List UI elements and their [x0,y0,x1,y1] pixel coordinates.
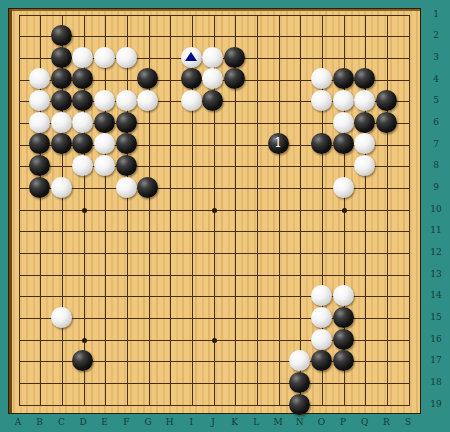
board-point-R4[interactable] [376,68,398,90]
board-point-N16[interactable] [289,328,311,350]
board-point-R3[interactable] [376,46,398,68]
board-point-J10[interactable] [202,198,224,220]
board-point-M4[interactable] [267,68,289,90]
board-point-E5[interactable] [94,90,116,112]
board-point-J14[interactable] [202,285,224,307]
board-point-E12[interactable] [94,242,116,264]
board-point-E3[interactable] [94,46,116,68]
board-point-B12[interactable] [29,242,51,264]
board-point-B1[interactable] [29,3,51,25]
board-point-I15[interactable] [180,307,202,329]
board-point-P18[interactable] [332,372,354,394]
board-point-K7[interactable] [224,133,246,155]
board-point-B3[interactable] [29,46,51,68]
board-point-N5[interactable] [289,90,311,112]
board-point-D17[interactable] [72,350,94,372]
board-point-P6[interactable] [332,111,354,133]
board-point-I18[interactable] [180,372,202,394]
board-point-L6[interactable] [246,111,268,133]
board-point-H11[interactable] [159,220,181,242]
board-point-I8[interactable] [180,155,202,177]
board-point-G19[interactable] [137,393,159,415]
board-point-R11[interactable] [376,220,398,242]
board-point-F17[interactable] [115,350,137,372]
board-point-E15[interactable] [94,307,116,329]
board-point-S13[interactable] [397,263,419,285]
board-point-J8[interactable] [202,155,224,177]
board-point-D8[interactable] [72,155,94,177]
board-point-B14[interactable] [29,285,51,307]
board-point-F9[interactable] [115,176,137,198]
board-point-L15[interactable] [246,307,268,329]
board-point-K8[interactable] [224,155,246,177]
board-point-C9[interactable] [50,176,72,198]
board-point-N17[interactable] [289,350,311,372]
board-point-Q17[interactable] [354,350,376,372]
board-point-D11[interactable] [72,220,94,242]
board-point-N12[interactable] [289,242,311,264]
board-point-M13[interactable] [267,263,289,285]
board-point-G9[interactable] [137,176,159,198]
board-point-M3[interactable] [267,46,289,68]
board-point-K13[interactable] [224,263,246,285]
board-point-N19[interactable] [289,393,311,415]
board-point-E13[interactable] [94,263,116,285]
board-point-N9[interactable] [289,176,311,198]
board-grid[interactable]: 1 [7,3,419,415]
board-point-S11[interactable] [397,220,419,242]
board-point-H10[interactable] [159,198,181,220]
board-point-K10[interactable] [224,198,246,220]
board-point-R16[interactable] [376,328,398,350]
board-point-F1[interactable] [115,3,137,25]
board-point-D13[interactable] [72,263,94,285]
board-point-H2[interactable] [159,25,181,47]
board-point-P1[interactable] [332,3,354,25]
board-point-B4[interactable] [29,68,51,90]
board-point-A19[interactable] [7,393,29,415]
board-point-C16[interactable] [50,328,72,350]
board-point-S2[interactable] [397,25,419,47]
board-point-A17[interactable] [7,350,29,372]
board-point-M14[interactable] [267,285,289,307]
board-point-Q6[interactable] [354,111,376,133]
board-point-S19[interactable] [397,393,419,415]
board-point-A7[interactable] [7,133,29,155]
board-point-A16[interactable] [7,328,29,350]
board-point-N13[interactable] [289,263,311,285]
board-point-S14[interactable] [397,285,419,307]
board-point-R12[interactable] [376,242,398,264]
board-point-C13[interactable] [50,263,72,285]
board-point-K1[interactable] [224,3,246,25]
board-point-N14[interactable] [289,285,311,307]
board-point-L13[interactable] [246,263,268,285]
board-point-J17[interactable] [202,350,224,372]
board-point-S12[interactable] [397,242,419,264]
board-point-A10[interactable] [7,198,29,220]
board-point-I19[interactable] [180,393,202,415]
board-point-A5[interactable] [7,90,29,112]
board-point-E9[interactable] [94,176,116,198]
board-point-A12[interactable] [7,242,29,264]
board-point-S10[interactable] [397,198,419,220]
board-point-D15[interactable] [72,307,94,329]
board-point-G8[interactable] [137,155,159,177]
board-point-P19[interactable] [332,393,354,415]
board-point-M17[interactable] [267,350,289,372]
board-point-E11[interactable] [94,220,116,242]
board-point-D10[interactable] [72,198,94,220]
board-point-A2[interactable] [7,25,29,47]
board-point-O19[interactable] [311,393,333,415]
board-point-N11[interactable] [289,220,311,242]
board-point-I6[interactable] [180,111,202,133]
board-point-O12[interactable] [311,242,333,264]
board-point-C14[interactable] [50,285,72,307]
board-point-Q15[interactable] [354,307,376,329]
board-point-Q18[interactable] [354,372,376,394]
board-point-Q5[interactable] [354,90,376,112]
board-point-M9[interactable] [267,176,289,198]
board-point-K4[interactable] [224,68,246,90]
board-point-B6[interactable] [29,111,51,133]
board-point-E16[interactable] [94,328,116,350]
board-point-H4[interactable] [159,68,181,90]
board-point-G6[interactable] [137,111,159,133]
board-point-Q2[interactable] [354,25,376,47]
board-point-R8[interactable] [376,155,398,177]
board-point-P16[interactable] [332,328,354,350]
board-point-F6[interactable] [115,111,137,133]
board-point-H7[interactable] [159,133,181,155]
board-point-K3[interactable] [224,46,246,68]
board-point-R1[interactable] [376,3,398,25]
board-point-F19[interactable] [115,393,137,415]
board-point-I17[interactable] [180,350,202,372]
board-point-L11[interactable] [246,220,268,242]
board-point-C11[interactable] [50,220,72,242]
board-point-Q8[interactable] [354,155,376,177]
board-point-Q3[interactable] [354,46,376,68]
board-point-K17[interactable] [224,350,246,372]
board-point-F14[interactable] [115,285,137,307]
board-point-P13[interactable] [332,263,354,285]
board-point-H3[interactable] [159,46,181,68]
board-point-O5[interactable] [311,90,333,112]
board-point-G2[interactable] [137,25,159,47]
board-point-M5[interactable] [267,90,289,112]
board-point-K9[interactable] [224,176,246,198]
board-point-R7[interactable] [376,133,398,155]
board-point-G15[interactable] [137,307,159,329]
board-point-N2[interactable] [289,25,311,47]
board-point-C10[interactable] [50,198,72,220]
board-point-J2[interactable] [202,25,224,47]
board-point-R10[interactable] [376,198,398,220]
board-point-S1[interactable] [397,3,419,25]
board-point-P3[interactable] [332,46,354,68]
board-point-F13[interactable] [115,263,137,285]
board-point-Q14[interactable] [354,285,376,307]
board-point-P8[interactable] [332,155,354,177]
board-point-D2[interactable] [72,25,94,47]
board-point-M11[interactable] [267,220,289,242]
board-point-J16[interactable] [202,328,224,350]
board-point-K15[interactable] [224,307,246,329]
board-point-G18[interactable] [137,372,159,394]
board-point-N1[interactable] [289,3,311,25]
board-point-E6[interactable] [94,111,116,133]
board-point-L10[interactable] [246,198,268,220]
board-point-E14[interactable] [94,285,116,307]
board-point-H14[interactable] [159,285,181,307]
board-point-I4[interactable] [180,68,202,90]
board-point-A6[interactable] [7,111,29,133]
board-point-P11[interactable] [332,220,354,242]
board-point-J3[interactable] [202,46,224,68]
board-point-J18[interactable] [202,372,224,394]
board-point-S9[interactable] [397,176,419,198]
board-point-N4[interactable] [289,68,311,90]
board-point-A14[interactable] [7,285,29,307]
board-point-S4[interactable] [397,68,419,90]
board-point-G4[interactable] [137,68,159,90]
board-point-E18[interactable] [94,372,116,394]
board-point-D1[interactable] [72,3,94,25]
board-point-J12[interactable] [202,242,224,264]
board-point-B17[interactable] [29,350,51,372]
board-point-K12[interactable] [224,242,246,264]
board-point-S15[interactable] [397,307,419,329]
board-point-A11[interactable] [7,220,29,242]
board-point-Q1[interactable] [354,3,376,25]
board-point-G1[interactable] [137,3,159,25]
board-point-O9[interactable] [311,176,333,198]
board-point-A15[interactable] [7,307,29,329]
board-point-R2[interactable] [376,25,398,47]
board-point-A18[interactable] [7,372,29,394]
board-point-P12[interactable] [332,242,354,264]
board-point-L7[interactable] [246,133,268,155]
board-point-H18[interactable] [159,372,181,394]
board-point-C6[interactable] [50,111,72,133]
board-point-H1[interactable] [159,3,181,25]
board-point-H15[interactable] [159,307,181,329]
board-point-L2[interactable] [246,25,268,47]
board-point-D6[interactable] [72,111,94,133]
board-point-S8[interactable] [397,155,419,177]
board-point-I16[interactable] [180,328,202,350]
board-point-C15[interactable] [50,307,72,329]
board-point-B13[interactable] [29,263,51,285]
board-point-G13[interactable] [137,263,159,285]
board-point-N8[interactable] [289,155,311,177]
board-point-B2[interactable] [29,25,51,47]
board-point-L14[interactable] [246,285,268,307]
board-point-O4[interactable] [311,68,333,90]
board-point-I12[interactable] [180,242,202,264]
board-point-J6[interactable] [202,111,224,133]
board-point-I7[interactable] [180,133,202,155]
board-point-L16[interactable] [246,328,268,350]
board-point-H8[interactable] [159,155,181,177]
board-point-M19[interactable] [267,393,289,415]
board-point-J4[interactable] [202,68,224,90]
board-point-M6[interactable] [267,111,289,133]
board-point-Q19[interactable] [354,393,376,415]
board-point-G16[interactable] [137,328,159,350]
board-point-D19[interactable] [72,393,94,415]
board-point-F16[interactable] [115,328,137,350]
board-point-I14[interactable] [180,285,202,307]
board-point-A1[interactable] [7,3,29,25]
board-point-D3[interactable] [72,46,94,68]
board-point-L8[interactable] [246,155,268,177]
board-point-C17[interactable] [50,350,72,372]
board-point-O1[interactable] [311,3,333,25]
board-point-M16[interactable] [267,328,289,350]
board-point-E1[interactable] [94,3,116,25]
board-point-K11[interactable] [224,220,246,242]
board-point-O8[interactable] [311,155,333,177]
board-point-O11[interactable] [311,220,333,242]
board-point-P2[interactable] [332,25,354,47]
board-point-F5[interactable] [115,90,137,112]
board-point-A4[interactable] [7,68,29,90]
board-point-L4[interactable] [246,68,268,90]
board-point-O18[interactable] [311,372,333,394]
board-point-O6[interactable] [311,111,333,133]
board-point-I11[interactable] [180,220,202,242]
board-point-M2[interactable] [267,25,289,47]
board-point-K19[interactable] [224,393,246,415]
board-point-E19[interactable] [94,393,116,415]
board-point-R9[interactable] [376,176,398,198]
board-point-I2[interactable] [180,25,202,47]
board-point-S18[interactable] [397,372,419,394]
board-point-O10[interactable] [311,198,333,220]
board-point-I9[interactable] [180,176,202,198]
board-point-C1[interactable] [50,3,72,25]
board-point-N6[interactable] [289,111,311,133]
board-point-G7[interactable] [137,133,159,155]
board-point-K16[interactable] [224,328,246,350]
board-point-Q9[interactable] [354,176,376,198]
board-point-D16[interactable] [72,328,94,350]
board-point-A9[interactable] [7,176,29,198]
board-point-H17[interactable] [159,350,181,372]
board-point-J7[interactable] [202,133,224,155]
board-point-G3[interactable] [137,46,159,68]
board-point-G14[interactable] [137,285,159,307]
board-point-E8[interactable] [94,155,116,177]
board-point-A13[interactable] [7,263,29,285]
board-point-L12[interactable] [246,242,268,264]
board-point-L5[interactable] [246,90,268,112]
board-point-N7[interactable] [289,133,311,155]
board-point-P17[interactable] [332,350,354,372]
board-point-O13[interactable] [311,263,333,285]
board-point-M1[interactable] [267,3,289,25]
board-point-H12[interactable] [159,242,181,264]
board-point-F3[interactable] [115,46,137,68]
board-point-J1[interactable] [202,3,224,25]
board-point-S17[interactable] [397,350,419,372]
board-point-S6[interactable] [397,111,419,133]
board-point-M8[interactable] [267,155,289,177]
board-point-C7[interactable] [50,133,72,155]
board-point-Q13[interactable] [354,263,376,285]
board-point-B7[interactable] [29,133,51,155]
board-point-H6[interactable] [159,111,181,133]
board-point-L18[interactable] [246,372,268,394]
board-point-I5[interactable] [180,90,202,112]
board-point-H9[interactable] [159,176,181,198]
board-point-C18[interactable] [50,372,72,394]
board-point-P4[interactable] [332,68,354,90]
board-point-J9[interactable] [202,176,224,198]
board-point-B15[interactable] [29,307,51,329]
board-point-F10[interactable] [115,198,137,220]
board-point-D18[interactable] [72,372,94,394]
board-point-P5[interactable] [332,90,354,112]
board-point-F12[interactable] [115,242,137,264]
board-point-H5[interactable] [159,90,181,112]
board-point-P7[interactable] [332,133,354,155]
board-point-E2[interactable] [94,25,116,47]
board-point-R19[interactable] [376,393,398,415]
board-point-I10[interactable] [180,198,202,220]
board-point-O7[interactable] [311,133,333,155]
board-point-F8[interactable] [115,155,137,177]
board-point-D4[interactable] [72,68,94,90]
board-point-F2[interactable] [115,25,137,47]
board-point-Q11[interactable] [354,220,376,242]
board-point-E4[interactable] [94,68,116,90]
board-point-Q12[interactable] [354,242,376,264]
board-point-L19[interactable] [246,393,268,415]
board-point-S3[interactable] [397,46,419,68]
board-point-R6[interactable] [376,111,398,133]
board-point-G17[interactable] [137,350,159,372]
board-point-F18[interactable] [115,372,137,394]
board-point-M7[interactable]: 1 [267,133,289,155]
board-point-R17[interactable] [376,350,398,372]
board-point-C8[interactable] [50,155,72,177]
board-point-A8[interactable] [7,155,29,177]
board-point-B19[interactable] [29,393,51,415]
board-point-O17[interactable] [311,350,333,372]
board-point-R15[interactable] [376,307,398,329]
board-point-K5[interactable] [224,90,246,112]
board-point-O3[interactable] [311,46,333,68]
board-point-P14[interactable] [332,285,354,307]
board-point-N18[interactable] [289,372,311,394]
board-point-D14[interactable] [72,285,94,307]
board-point-C4[interactable] [50,68,72,90]
board-point-R13[interactable] [376,263,398,285]
board-point-O15[interactable] [311,307,333,329]
board-point-J19[interactable] [202,393,224,415]
board-point-L3[interactable] [246,46,268,68]
board-point-K2[interactable] [224,25,246,47]
board-point-L17[interactable] [246,350,268,372]
board-point-D7[interactable] [72,133,94,155]
board-point-D12[interactable] [72,242,94,264]
board-point-J11[interactable] [202,220,224,242]
board-point-M18[interactable] [267,372,289,394]
